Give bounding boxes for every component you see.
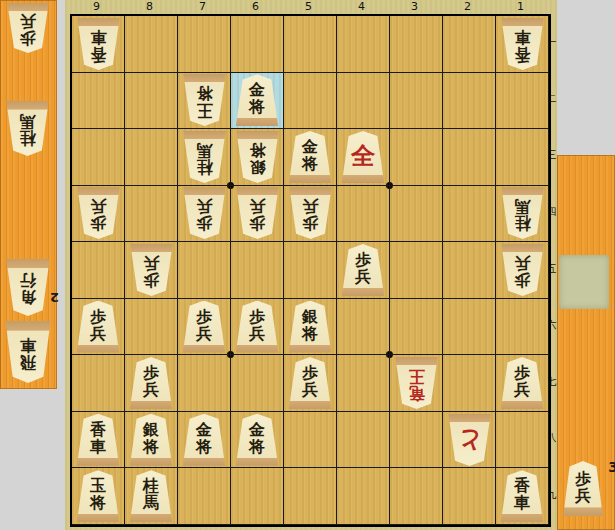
square-4a[interactable] bbox=[337, 16, 390, 73]
piece-7h-sente[interactable]: 金将 bbox=[182, 414, 227, 466]
square-1c[interactable] bbox=[496, 129, 549, 186]
square-5a[interactable] bbox=[284, 16, 337, 73]
piece-kanji: 香車 bbox=[90, 421, 106, 455]
square-6b[interactable]: 金将 bbox=[231, 73, 284, 130]
square-6c[interactable]: 銀将 bbox=[231, 129, 284, 186]
file-labels: 987654321 bbox=[70, 0, 547, 13]
gote-hand-飛車[interactable]: 飛車 bbox=[4, 321, 52, 383]
piece-5g-sente[interactable]: 歩兵 bbox=[288, 357, 333, 409]
square-7b[interactable]: 王将 bbox=[178, 73, 231, 130]
piece-9d-gote[interactable]: 歩兵 bbox=[76, 187, 121, 239]
square-6h[interactable]: 金将 bbox=[231, 412, 284, 469]
gote-hand-count: 2 bbox=[50, 290, 59, 305]
file-label-2: 2 bbox=[441, 0, 494, 13]
piece-kanji: 歩兵 bbox=[249, 198, 265, 232]
piece-7f-sente[interactable]: 歩兵 bbox=[182, 301, 227, 353]
piece-kanji: 歩兵 bbox=[20, 13, 36, 47]
piece-3g-promoted-gote[interactable]: 竜王 bbox=[394, 357, 439, 409]
sente-captured-stand: 歩兵3 bbox=[557, 155, 615, 530]
square-7d[interactable]: 歩兵 bbox=[178, 186, 231, 243]
square-8f[interactable] bbox=[125, 299, 178, 356]
square-2b[interactable] bbox=[443, 73, 496, 130]
gote-hand-角行[interactable]: 角行 bbox=[5, 259, 51, 316]
piece-kanji: 香車 bbox=[90, 29, 106, 63]
piece-kanji: 竜王 bbox=[408, 368, 424, 402]
square-5f[interactable]: 銀将 bbox=[284, 299, 337, 356]
square-8i[interactable]: 桂馬 bbox=[125, 468, 178, 525]
square-6g[interactable] bbox=[231, 355, 284, 412]
file-label-9: 9 bbox=[70, 0, 123, 13]
square-4i[interactable] bbox=[337, 468, 390, 525]
file-label-1: 1 bbox=[494, 0, 547, 13]
piece-9i-sente[interactable]: 玉将 bbox=[76, 470, 121, 522]
piece-9h-sente[interactable]: 香車 bbox=[76, 414, 121, 466]
square-1g[interactable]: 歩兵 bbox=[496, 355, 549, 412]
piece-kanji: 飛車 bbox=[20, 337, 36, 371]
piece-9a-gote[interactable]: 香車 bbox=[76, 18, 121, 70]
piece-8g-sente[interactable]: 歩兵 bbox=[129, 357, 174, 409]
piece-7d-gote[interactable]: 歩兵 bbox=[182, 187, 227, 239]
square-7c[interactable]: 桂馬 bbox=[178, 129, 231, 186]
square-9c[interactable] bbox=[72, 129, 125, 186]
piece-5c-sente[interactable]: 金将 bbox=[288, 131, 333, 183]
square-3a[interactable] bbox=[390, 16, 443, 73]
square-9e[interactable] bbox=[72, 242, 125, 299]
piece-5d-gote[interactable]: 歩兵 bbox=[288, 187, 333, 239]
square-1i[interactable]: 香車 bbox=[496, 468, 549, 525]
file-label-8: 8 bbox=[123, 0, 176, 13]
piece-kanji: 桂馬 bbox=[143, 477, 159, 511]
square-9f[interactable]: 歩兵 bbox=[72, 299, 125, 356]
piece-8h-sente[interactable]: 銀将 bbox=[129, 414, 174, 466]
piece-kanji: 角行 bbox=[20, 273, 36, 307]
square-7g[interactable] bbox=[178, 355, 231, 412]
square-3i[interactable] bbox=[390, 468, 443, 525]
file-label-7: 7 bbox=[176, 0, 229, 13]
piece-kanji: 桂馬 bbox=[20, 114, 36, 148]
piece-1d-gote[interactable]: 桂馬 bbox=[500, 187, 545, 239]
square-2a[interactable] bbox=[443, 16, 496, 73]
square-8h[interactable]: 銀将 bbox=[125, 412, 178, 469]
square-7h[interactable]: 金将 bbox=[178, 412, 231, 469]
square-8b[interactable] bbox=[125, 73, 178, 130]
shogi-app: 歩兵桂馬角行2飛車 987654321 一二三四五六七八九 香車香車王将金将桂馬… bbox=[0, 0, 615, 530]
square-5h[interactable] bbox=[284, 412, 337, 469]
piece-kanji: 歩兵 bbox=[90, 198, 106, 232]
square-7a[interactable] bbox=[178, 16, 231, 73]
piece-1i-sente[interactable]: 香車 bbox=[500, 470, 545, 522]
square-9a[interactable]: 香車 bbox=[72, 16, 125, 73]
square-9d[interactable]: 歩兵 bbox=[72, 186, 125, 243]
square-1a[interactable]: 香車 bbox=[496, 16, 549, 73]
file-label-5: 5 bbox=[282, 0, 335, 13]
square-3b[interactable] bbox=[390, 73, 443, 130]
piece-kanji: 銀将 bbox=[302, 308, 318, 342]
piece-kanji: 歩兵 bbox=[575, 470, 591, 504]
piece-9f-sente[interactable]: 歩兵 bbox=[76, 301, 121, 353]
piece-8i-sente[interactable]: 桂馬 bbox=[129, 470, 174, 522]
piece-6b-sente[interactable]: 金将 bbox=[235, 74, 280, 126]
square-9h[interactable]: 香車 bbox=[72, 412, 125, 469]
piece-kanji: 全 bbox=[351, 143, 375, 169]
square-2g[interactable] bbox=[443, 355, 496, 412]
piece-kanji: 歩兵 bbox=[514, 255, 530, 289]
square-3e[interactable] bbox=[390, 242, 443, 299]
square-5d[interactable]: 歩兵 bbox=[284, 186, 337, 243]
piece-6h-sente[interactable]: 金将 bbox=[235, 414, 280, 466]
square-5i[interactable] bbox=[284, 468, 337, 525]
square-9b[interactable] bbox=[72, 73, 125, 130]
square-6f[interactable]: 歩兵 bbox=[231, 299, 284, 356]
square-4d[interactable] bbox=[337, 186, 390, 243]
piece-7b-gote[interactable]: 王将 bbox=[182, 74, 227, 126]
piece-kanji: 歩兵 bbox=[143, 364, 159, 398]
sente-hand-count: 3 bbox=[608, 459, 615, 475]
square-8a[interactable] bbox=[125, 16, 178, 73]
piece-kanji: 歩兵 bbox=[196, 308, 212, 342]
piece-kanji: 銀将 bbox=[143, 421, 159, 455]
square-5c[interactable]: 金将 bbox=[284, 129, 337, 186]
square-8c[interactable] bbox=[125, 129, 178, 186]
piece-6c-gote[interactable]: 銀将 bbox=[235, 131, 280, 183]
file-label-6: 6 bbox=[229, 0, 282, 13]
square-3g[interactable]: 竜王 bbox=[390, 355, 443, 412]
piece-4e-sente[interactable]: 歩兵 bbox=[341, 244, 386, 296]
piece-kanji: 金将 bbox=[302, 138, 318, 172]
stand-highlight-slot bbox=[559, 255, 609, 309]
square-2f[interactable] bbox=[443, 299, 496, 356]
square-2i[interactable] bbox=[443, 468, 496, 525]
piece-1a-gote[interactable]: 香車 bbox=[500, 18, 545, 70]
square-6e[interactable] bbox=[231, 242, 284, 299]
gote-hand-桂馬[interactable]: 桂馬 bbox=[5, 101, 50, 156]
piece-kanji: 桂馬 bbox=[514, 198, 530, 232]
square-7f[interactable]: 歩兵 bbox=[178, 299, 231, 356]
square-6i[interactable] bbox=[231, 468, 284, 525]
square-4g[interactable] bbox=[337, 355, 390, 412]
square-1e[interactable]: 歩兵 bbox=[496, 242, 549, 299]
square-2h[interactable]: と bbox=[443, 412, 496, 469]
square-2e[interactable] bbox=[443, 242, 496, 299]
piece-kanji: 歩兵 bbox=[355, 251, 371, 285]
piece-kanji: 金将 bbox=[249, 421, 265, 455]
piece-kanji: 香車 bbox=[514, 29, 530, 63]
piece-1e-gote[interactable]: 歩兵 bbox=[500, 244, 545, 296]
sente-hand-歩兵[interactable]: 歩兵 bbox=[562, 461, 604, 516]
piece-kanji: 王将 bbox=[196, 85, 212, 119]
piece-kanji: 歩兵 bbox=[302, 364, 318, 398]
board-grid: 香車香車王将金将桂馬銀将金将全歩兵歩兵歩兵歩兵桂馬歩兵歩兵歩兵歩兵歩兵歩兵銀将歩… bbox=[70, 14, 551, 527]
piece-kanji: 歩兵 bbox=[249, 308, 265, 342]
piece-kanji: 香車 bbox=[514, 477, 530, 511]
square-1d[interactable]: 桂馬 bbox=[496, 186, 549, 243]
piece-6f-sente[interactable]: 歩兵 bbox=[235, 301, 280, 353]
square-3d[interactable] bbox=[390, 186, 443, 243]
square-9i[interactable]: 玉将 bbox=[72, 468, 125, 525]
square-2d[interactable] bbox=[443, 186, 496, 243]
piece-kanji: 桂馬 bbox=[196, 142, 212, 176]
shogi-board: 987654321 一二三四五六七八九 香車香車王将金将桂馬銀将金将全歩兵歩兵歩… bbox=[65, 0, 557, 530]
piece-kanji: 歩兵 bbox=[143, 255, 159, 289]
piece-8e-gote[interactable]: 歩兵 bbox=[129, 244, 174, 296]
square-8g[interactable]: 歩兵 bbox=[125, 355, 178, 412]
piece-kanji: 歩兵 bbox=[90, 308, 106, 342]
square-3c[interactable] bbox=[390, 129, 443, 186]
piece-kanji: と bbox=[457, 428, 482, 454]
file-label-3: 3 bbox=[388, 0, 441, 13]
piece-kanji: 金将 bbox=[196, 421, 212, 455]
piece-5f-sente[interactable]: 銀将 bbox=[288, 301, 333, 353]
piece-kanji: 歩兵 bbox=[514, 364, 530, 398]
square-8e[interactable]: 歩兵 bbox=[125, 242, 178, 299]
file-label-4: 4 bbox=[335, 0, 388, 13]
square-3h[interactable] bbox=[390, 412, 443, 469]
square-6a[interactable] bbox=[231, 16, 284, 73]
square-7i[interactable] bbox=[178, 468, 231, 525]
piece-kanji: 金将 bbox=[249, 81, 265, 115]
square-4e[interactable]: 歩兵 bbox=[337, 242, 390, 299]
square-3f[interactable] bbox=[390, 299, 443, 356]
square-2c[interactable] bbox=[443, 129, 496, 186]
square-4c[interactable]: 全 bbox=[337, 129, 390, 186]
piece-4c-promoted-sente[interactable]: 全 bbox=[341, 131, 386, 183]
piece-6d-gote[interactable]: 歩兵 bbox=[235, 187, 280, 239]
piece-1g-sente[interactable]: 歩兵 bbox=[500, 357, 545, 409]
piece-2h-promoted-gote[interactable]: と bbox=[447, 414, 492, 466]
square-1h[interactable] bbox=[496, 412, 549, 469]
square-6d[interactable]: 歩兵 bbox=[231, 186, 284, 243]
square-1f[interactable] bbox=[496, 299, 549, 356]
square-5b[interactable] bbox=[284, 73, 337, 130]
piece-kanji: 玉将 bbox=[90, 477, 106, 511]
piece-kanji: 歩兵 bbox=[302, 198, 318, 232]
gote-captured-stand: 歩兵桂馬角行2飛車 bbox=[0, 0, 57, 389]
square-5g[interactable]: 歩兵 bbox=[284, 355, 337, 412]
square-4f[interactable] bbox=[337, 299, 390, 356]
piece-7c-gote[interactable]: 桂馬 bbox=[182, 131, 227, 183]
square-8d[interactable] bbox=[125, 186, 178, 243]
square-9g[interactable] bbox=[72, 355, 125, 412]
gote-hand-歩兵[interactable]: 歩兵 bbox=[6, 3, 50, 53]
square-4h[interactable] bbox=[337, 412, 390, 469]
square-1b[interactable] bbox=[496, 73, 549, 130]
piece-kanji: 銀将 bbox=[249, 142, 265, 176]
square-4b[interactable] bbox=[337, 73, 390, 130]
square-7e[interactable] bbox=[178, 242, 231, 299]
piece-kanji: 歩兵 bbox=[196, 198, 212, 232]
square-5e[interactable] bbox=[284, 242, 337, 299]
